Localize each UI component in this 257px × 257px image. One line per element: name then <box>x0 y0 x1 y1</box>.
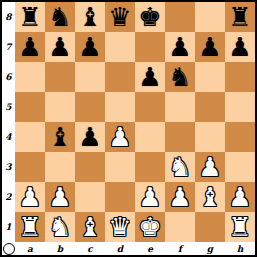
chessboard[interactable]: ♜♞♝♛♚♜♟♟♟♟♟♟♟♞♝♟♟♞♟♟♟♟♟♝♟♜♞♝♛♚♜ <box>15 2 255 242</box>
square-f1[interactable] <box>165 212 195 242</box>
square-c4[interactable]: ♟ <box>75 122 105 152</box>
square-f6[interactable]: ♞ <box>165 62 195 92</box>
square-a3[interactable] <box>15 152 45 182</box>
rank-labels: 87654321 <box>2 2 15 242</box>
square-d7[interactable] <box>105 32 135 62</box>
black-pawn-f7: ♟ <box>168 32 191 62</box>
square-d8[interactable]: ♛ <box>105 2 135 32</box>
rank-label-6: 6 <box>2 62 15 92</box>
white-bishop-g2: ♝ <box>198 182 221 212</box>
square-e3[interactable] <box>135 152 165 182</box>
black-bishop-b4: ♝ <box>48 122 71 152</box>
square-b6[interactable] <box>45 62 75 92</box>
square-d1[interactable]: ♛ <box>105 212 135 242</box>
white-to-move-circle-icon <box>3 243 15 255</box>
file-label-g: g <box>195 242 225 255</box>
square-h2[interactable]: ♟ <box>225 182 255 212</box>
square-c6[interactable] <box>75 62 105 92</box>
square-g8[interactable] <box>195 2 225 32</box>
white-pawn-g3: ♟ <box>198 152 221 182</box>
black-knight-b8: ♞ <box>48 2 71 32</box>
black-pawn-h7: ♟ <box>228 32 251 62</box>
square-g5[interactable] <box>195 92 225 122</box>
white-knight-b1: ♞ <box>48 212 71 242</box>
square-b5[interactable] <box>45 92 75 122</box>
black-rook-h8: ♜ <box>228 2 251 32</box>
file-label-f: f <box>165 242 195 255</box>
square-a2[interactable]: ♟ <box>15 182 45 212</box>
square-c8[interactable]: ♝ <box>75 2 105 32</box>
file-label-c: c <box>75 242 105 255</box>
square-c1[interactable]: ♝ <box>75 212 105 242</box>
square-h4[interactable] <box>225 122 255 152</box>
square-c5[interactable] <box>75 92 105 122</box>
white-queen-d1: ♛ <box>108 212 131 242</box>
square-g1[interactable] <box>195 212 225 242</box>
black-bishop-c8: ♝ <box>78 2 101 32</box>
rank-label-5: 5 <box>2 92 15 122</box>
rank-label-4: 4 <box>2 122 15 152</box>
rank-label-1: 1 <box>2 212 15 242</box>
square-b3[interactable] <box>45 152 75 182</box>
rank-label-3: 3 <box>2 152 15 182</box>
square-d3[interactable] <box>105 152 135 182</box>
black-pawn-c4: ♟ <box>78 122 101 152</box>
square-g4[interactable] <box>195 122 225 152</box>
rank-label-7: 7 <box>2 32 15 62</box>
square-f4[interactable] <box>165 122 195 152</box>
white-pawn-b2: ♟ <box>48 182 71 212</box>
black-pawn-c7: ♟ <box>78 32 101 62</box>
black-rook-a8: ♜ <box>18 2 41 32</box>
square-a8[interactable]: ♜ <box>15 2 45 32</box>
square-b4[interactable]: ♝ <box>45 122 75 152</box>
square-a5[interactable] <box>15 92 45 122</box>
square-b1[interactable]: ♞ <box>45 212 75 242</box>
file-label-h: h <box>225 242 255 255</box>
square-d4[interactable]: ♟ <box>105 122 135 152</box>
black-knight-f6: ♞ <box>168 62 191 92</box>
file-label-d: d <box>105 242 135 255</box>
white-pawn-f2: ♟ <box>168 182 191 212</box>
square-h6[interactable] <box>225 62 255 92</box>
square-g2[interactable]: ♝ <box>195 182 225 212</box>
white-rook-a1: ♜ <box>18 212 41 242</box>
square-c2[interactable] <box>75 182 105 212</box>
square-a7[interactable]: ♟ <box>15 32 45 62</box>
square-a6[interactable] <box>15 62 45 92</box>
square-h7[interactable]: ♟ <box>225 32 255 62</box>
square-e5[interactable] <box>135 92 165 122</box>
white-pawn-d4: ♟ <box>108 122 131 152</box>
square-e6[interactable]: ♟ <box>135 62 165 92</box>
file-labels: abcdefgh <box>15 242 255 255</box>
white-pawn-a2: ♟ <box>18 182 41 212</box>
file-label-a: a <box>15 242 45 255</box>
rank-label-8: 8 <box>2 2 15 32</box>
square-e1[interactable]: ♚ <box>135 212 165 242</box>
file-label-b: b <box>45 242 75 255</box>
square-b2[interactable]: ♟ <box>45 182 75 212</box>
square-g6[interactable] <box>195 62 225 92</box>
white-pawn-h2: ♟ <box>228 182 251 212</box>
square-f2[interactable]: ♟ <box>165 182 195 212</box>
black-king-e8: ♚ <box>138 2 161 32</box>
square-h1[interactable]: ♜ <box>225 212 255 242</box>
white-knight-f3: ♞ <box>168 152 191 182</box>
square-a4[interactable] <box>15 122 45 152</box>
square-f8[interactable] <box>165 2 195 32</box>
square-b8[interactable]: ♞ <box>45 2 75 32</box>
black-pawn-g7: ♟ <box>198 32 221 62</box>
black-pawn-a7: ♟ <box>18 32 41 62</box>
chessboard-frame: 87654321 ♜♞♝♛♚♜♟♟♟♟♟♟♟♞♝♟♟♞♟♟♟♟♟♝♟♜♞♝♛♚♜… <box>0 0 257 257</box>
white-king-e1: ♚ <box>138 212 161 242</box>
white-pawn-e2: ♟ <box>138 182 161 212</box>
square-h5[interactable] <box>225 92 255 122</box>
square-f3[interactable]: ♞ <box>165 152 195 182</box>
square-f7[interactable]: ♟ <box>165 32 195 62</box>
square-d2[interactable] <box>105 182 135 212</box>
square-a1[interactable]: ♜ <box>15 212 45 242</box>
square-g7[interactable]: ♟ <box>195 32 225 62</box>
square-h3[interactable] <box>225 152 255 182</box>
square-b7[interactable]: ♟ <box>45 32 75 62</box>
square-e4[interactable] <box>135 122 165 152</box>
square-c7[interactable]: ♟ <box>75 32 105 62</box>
rank-label-2: 2 <box>2 182 15 212</box>
white-rook-h1: ♜ <box>228 212 251 242</box>
square-c3[interactable] <box>75 152 105 182</box>
file-label-e: e <box>135 242 165 255</box>
square-e8[interactable]: ♚ <box>135 2 165 32</box>
white-bishop-c1: ♝ <box>78 212 101 242</box>
square-f5[interactable] <box>165 92 195 122</box>
square-d5[interactable] <box>105 92 135 122</box>
square-g3[interactable]: ♟ <box>195 152 225 182</box>
black-pawn-e6: ♟ <box>138 62 161 92</box>
square-d6[interactable] <box>105 62 135 92</box>
square-e2[interactable]: ♟ <box>135 182 165 212</box>
square-h8[interactable]: ♜ <box>225 2 255 32</box>
black-pawn-b7: ♟ <box>48 32 71 62</box>
square-e7[interactable] <box>135 32 165 62</box>
black-queen-d8: ♛ <box>108 2 131 32</box>
